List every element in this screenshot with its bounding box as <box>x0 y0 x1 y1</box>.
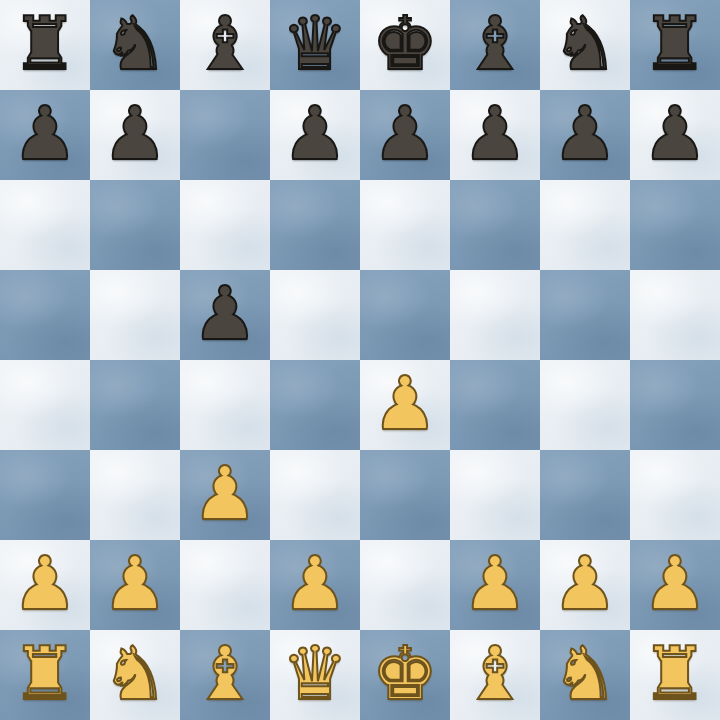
square-h2[interactable]: ♟ <box>630 540 720 630</box>
square-b5[interactable] <box>90 270 180 360</box>
piece-white-bishop[interactable]: ♝ <box>192 628 258 718</box>
square-d8[interactable]: ♛ <box>270 0 360 90</box>
square-a1[interactable]: ♜ <box>0 630 90 720</box>
piece-white-rook[interactable]: ♜ <box>642 628 708 718</box>
piece-black-knight[interactable]: ♞ <box>102 0 168 88</box>
square-g1[interactable]: ♞ <box>540 630 630 720</box>
piece-black-pawn[interactable]: ♟ <box>102 88 168 178</box>
square-c4[interactable] <box>180 360 270 450</box>
square-f7[interactable]: ♟ <box>450 90 540 180</box>
square-c1[interactable]: ♝ <box>180 630 270 720</box>
square-f8[interactable]: ♝ <box>450 0 540 90</box>
piece-black-pawn[interactable]: ♟ <box>462 88 528 178</box>
square-d4[interactable] <box>270 360 360 450</box>
square-d5[interactable] <box>270 270 360 360</box>
piece-white-pawn[interactable]: ♟ <box>12 538 78 628</box>
square-c6[interactable] <box>180 180 270 270</box>
piece-white-pawn[interactable]: ♟ <box>642 538 708 628</box>
square-g5[interactable] <box>540 270 630 360</box>
piece-white-pawn[interactable]: ♟ <box>282 538 348 628</box>
square-b6[interactable] <box>90 180 180 270</box>
square-g4[interactable] <box>540 360 630 450</box>
square-f1[interactable]: ♝ <box>450 630 540 720</box>
piece-white-pawn[interactable]: ♟ <box>462 538 528 628</box>
square-a6[interactable] <box>0 180 90 270</box>
square-a8[interactable]: ♜ <box>0 0 90 90</box>
chess-board: ♜♞♝♛♚♝♞♜♟♟♟♟♟♟♟♟♟♟♟♟♟♟♟♟♜♞♝♛♚♝♞♜ <box>0 0 720 720</box>
square-a5[interactable] <box>0 270 90 360</box>
square-e7[interactable]: ♟ <box>360 90 450 180</box>
square-a2[interactable]: ♟ <box>0 540 90 630</box>
square-a3[interactable] <box>0 450 90 540</box>
square-g8[interactable]: ♞ <box>540 0 630 90</box>
square-f2[interactable]: ♟ <box>450 540 540 630</box>
square-d1[interactable]: ♛ <box>270 630 360 720</box>
piece-white-pawn[interactable]: ♟ <box>372 358 438 448</box>
square-e3[interactable] <box>360 450 450 540</box>
square-a4[interactable] <box>0 360 90 450</box>
piece-black-pawn[interactable]: ♟ <box>12 88 78 178</box>
piece-black-pawn[interactable]: ♟ <box>552 88 618 178</box>
square-b8[interactable]: ♞ <box>90 0 180 90</box>
piece-black-knight[interactable]: ♞ <box>552 0 618 88</box>
piece-black-queen[interactable]: ♛ <box>282 0 348 88</box>
square-g3[interactable] <box>540 450 630 540</box>
square-b1[interactable]: ♞ <box>90 630 180 720</box>
square-a7[interactable]: ♟ <box>0 90 90 180</box>
square-b4[interactable] <box>90 360 180 450</box>
piece-black-bishop[interactable]: ♝ <box>462 0 528 88</box>
square-f4[interactable] <box>450 360 540 450</box>
square-c5[interactable]: ♟ <box>180 270 270 360</box>
square-e4[interactable]: ♟ <box>360 360 450 450</box>
square-g6[interactable] <box>540 180 630 270</box>
piece-white-bishop[interactable]: ♝ <box>462 628 528 718</box>
square-d7[interactable]: ♟ <box>270 90 360 180</box>
square-h3[interactable] <box>630 450 720 540</box>
piece-white-knight[interactable]: ♞ <box>102 628 168 718</box>
square-h4[interactable] <box>630 360 720 450</box>
piece-black-rook[interactable]: ♜ <box>642 0 708 88</box>
piece-white-queen[interactable]: ♛ <box>282 628 348 718</box>
piece-black-bishop[interactable]: ♝ <box>192 0 258 88</box>
square-d6[interactable] <box>270 180 360 270</box>
square-h7[interactable]: ♟ <box>630 90 720 180</box>
square-e2[interactable] <box>360 540 450 630</box>
square-d2[interactable]: ♟ <box>270 540 360 630</box>
square-f3[interactable] <box>450 450 540 540</box>
piece-white-king[interactable]: ♚ <box>372 628 438 718</box>
square-b3[interactable] <box>90 450 180 540</box>
piece-black-pawn[interactable]: ♟ <box>192 268 258 358</box>
square-c7[interactable] <box>180 90 270 180</box>
square-b7[interactable]: ♟ <box>90 90 180 180</box>
square-f6[interactable] <box>450 180 540 270</box>
piece-white-knight[interactable]: ♞ <box>552 628 618 718</box>
piece-white-pawn[interactable]: ♟ <box>552 538 618 628</box>
piece-black-pawn[interactable]: ♟ <box>372 88 438 178</box>
square-h1[interactable]: ♜ <box>630 630 720 720</box>
piece-black-pawn[interactable]: ♟ <box>282 88 348 178</box>
square-e8[interactable]: ♚ <box>360 0 450 90</box>
square-c2[interactable] <box>180 540 270 630</box>
square-c8[interactable]: ♝ <box>180 0 270 90</box>
piece-white-pawn[interactable]: ♟ <box>102 538 168 628</box>
square-h5[interactable] <box>630 270 720 360</box>
square-g2[interactable]: ♟ <box>540 540 630 630</box>
square-b2[interactable]: ♟ <box>90 540 180 630</box>
piece-black-king[interactable]: ♚ <box>372 0 438 88</box>
piece-black-rook[interactable]: ♜ <box>12 0 78 88</box>
square-h6[interactable] <box>630 180 720 270</box>
square-d3[interactable] <box>270 450 360 540</box>
square-f5[interactable] <box>450 270 540 360</box>
piece-white-pawn[interactable]: ♟ <box>192 448 258 538</box>
square-h8[interactable]: ♜ <box>630 0 720 90</box>
square-e6[interactable] <box>360 180 450 270</box>
square-c3[interactable]: ♟ <box>180 450 270 540</box>
piece-white-rook[interactable]: ♜ <box>12 628 78 718</box>
square-e1[interactable]: ♚ <box>360 630 450 720</box>
piece-black-pawn[interactable]: ♟ <box>642 88 708 178</box>
square-e5[interactable] <box>360 270 450 360</box>
square-g7[interactable]: ♟ <box>540 90 630 180</box>
